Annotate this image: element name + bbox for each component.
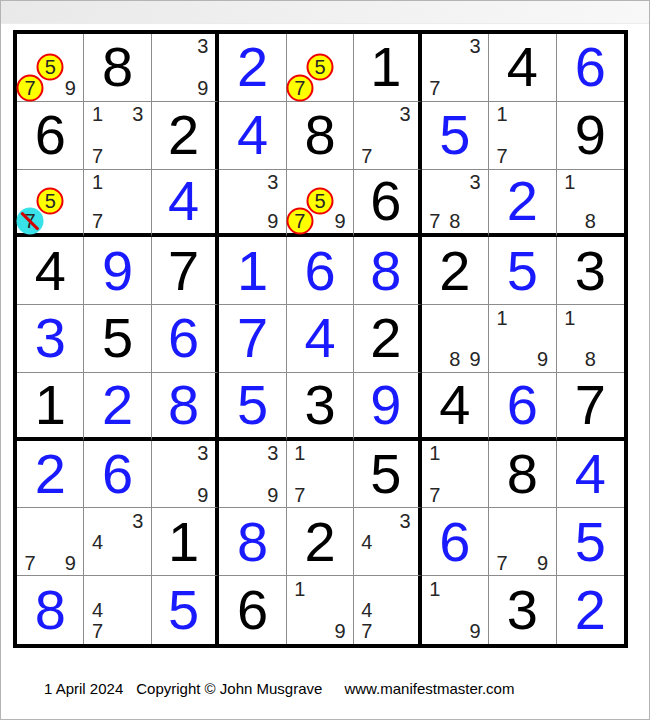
candidate-1: 1 [290,578,310,599]
solved-digit: 2 [557,576,624,644]
given-digit: 6 [17,102,83,169]
cell-r9c3[interactable]: 5 [152,576,219,644]
cell-r3c4[interactable]: 39 [219,170,286,238]
given-digit: 4 [489,34,555,101]
candidate-8: 8 [445,211,465,231]
candidate-9: 9 [60,552,80,573]
given-digit: 2 [354,305,417,372]
given-digit: 5 [84,305,150,372]
candidate-5: 5 [310,57,330,78]
candidate-digit: 9 [267,211,278,231]
candidate-digit: 7 [294,211,305,231]
solved-digit: 2 [84,373,150,437]
cell-r4c1[interactable]: 4 [17,237,84,305]
candidate-digit: 1 [294,443,305,463]
candidate-grid: 37 [354,102,417,169]
candidate-1: 1 [290,443,310,464]
candidate-8: 8 [580,349,600,370]
solved-digit: 6 [422,508,488,575]
candidate-grid: 39 [152,441,215,508]
solved-digit: 5 [557,508,624,575]
candidate-digit: 9 [335,211,346,231]
candidate-9: 9 [193,78,212,99]
candidate-digit: 9 [469,621,480,641]
candidate-1: 1 [425,578,445,599]
cell-r8c4[interactable]: 8 [219,508,286,576]
cell-r8c5[interactable]: 2 [287,508,354,576]
candidate-7: 7 [425,485,445,506]
cell-r5c9[interactable]: 18 [557,305,624,373]
candidate-digit: 3 [469,36,480,56]
candidate-4: 4 [357,531,376,552]
candidate-3: 3 [396,104,415,125]
cell-r8c9[interactable]: 5 [557,508,624,576]
candidate-4: 4 [357,599,376,620]
cell-r6c7[interactable]: 4 [422,373,489,441]
solved-digit: 7 [219,305,285,372]
cell-r6c5[interactable]: 3 [287,373,354,441]
candidate-9: 9 [465,349,485,370]
candidate-7: 7 [492,552,512,573]
candidate-grid: 378 [422,170,488,234]
cell-r2c8[interactable]: 17 [489,102,556,170]
given-digit: 1 [354,34,417,101]
candidate-1: 1 [87,172,107,192]
candidate-1: 1 [560,307,580,328]
cell-r4c6[interactable]: 8 [354,237,421,305]
candidate-3: 3 [128,104,148,125]
cell-r7c4[interactable]: 39 [219,441,286,509]
candidate-grid: 579 [17,34,83,101]
candidate-5: 5 [310,191,330,211]
candidate-7: 7 [425,78,445,99]
given-digit: 2 [287,508,353,575]
candidate-digit: 3 [400,511,411,531]
cell-r2c3[interactable]: 2 [152,102,219,170]
cell-r5c6[interactable]: 2 [354,305,421,373]
candidate-digit: 5 [45,191,56,211]
cell-r9c4[interactable]: 6 [219,576,286,644]
cell-r6c8[interactable]: 6 [489,373,556,441]
candidate-7: 7 [20,552,40,573]
candidate-7: 7 [20,211,40,231]
candidate-digit: 3 [267,172,278,192]
candidate-9: 9 [532,552,552,573]
candidate-7: 7 [20,78,40,99]
candidate-7: 7 [87,146,107,167]
candidate-4: 4 [87,531,107,552]
candidate-digit: 5 [314,191,325,211]
candidate-digit: 9 [65,78,76,98]
candidate-grid: 17 [422,441,488,508]
cell-r2c4[interactable]: 4 [219,102,286,170]
candidate-8: 8 [445,349,465,370]
solved-digit: 5 [152,576,215,644]
cell-r4c9[interactable]: 3 [557,237,624,305]
candidate-grid: 47 [84,576,150,644]
candidate-grid: 19 [489,305,555,372]
cell-r4c5[interactable]: 6 [287,237,354,305]
candidate-digit: 3 [400,104,411,124]
cell-r3c2[interactable]: 17 [84,170,151,238]
footer-website: www.manifestmaster.com [344,680,514,697]
candidate-3: 3 [263,443,283,464]
given-digit: 4 [422,373,488,437]
candidate-grid: 34 [84,508,150,575]
cell-r1c9[interactable]: 6 [557,34,624,102]
given-digit: 4 [17,237,83,304]
cell-r1c6[interactable]: 1 [354,34,421,102]
candidate-digit: 9 [197,485,208,505]
candidate-7: 7 [357,621,376,642]
candidate-digit: 3 [197,443,208,463]
given-digit: 7 [152,237,215,304]
candidate-7: 7 [290,485,310,506]
candidate-digit: 1 [564,172,575,192]
cell-r4c8[interactable]: 5 [489,237,556,305]
cell-r5c5[interactable]: 4 [287,305,354,373]
cell-r1c4[interactable]: 2 [219,34,286,102]
cell-r6c2[interactable]: 2 [84,373,151,441]
candidate-digit: 7 [361,621,372,641]
candidate-9: 9 [60,78,80,99]
solved-digit: 4 [557,441,624,508]
candidate-7: 7 [87,211,107,231]
candidate-digit: 1 [92,172,103,192]
cell-r9c5[interactable]: 19 [287,576,354,644]
candidate-digit: 1 [429,579,440,599]
candidate-7: 7 [357,146,376,167]
cell-r9c8[interactable]: 3 [489,576,556,644]
candidate-1: 1 [560,172,580,192]
solved-digit: 5 [422,102,488,169]
cell-r7c8[interactable]: 8 [489,441,556,509]
candidate-digit: 9 [537,349,548,369]
cell-r8c2[interactable]: 34 [84,508,151,576]
given-digit: 1 [152,508,215,575]
cell-r6c9[interactable]: 7 [557,373,624,441]
cell-r7c2[interactable]: 6 [84,441,151,509]
candidate-9: 9 [263,485,283,506]
cell-r3c6[interactable]: 6 [354,170,421,238]
candidate-digit: 9 [65,553,76,573]
candidate-9: 9 [532,349,552,370]
candidate-digit: 1 [564,308,575,328]
candidate-digit: 7 [92,146,103,166]
candidate-digit: 4 [361,600,372,620]
cell-r3c5[interactable]: 579 [287,170,354,238]
candidate-grid: 17 [84,170,150,234]
candidate-1: 1 [492,307,512,328]
cell-r4c3[interactable]: 7 [152,237,219,305]
candidate-digit: 7 [361,146,372,166]
cell-r5c4[interactable]: 7 [219,305,286,373]
candidate-3: 3 [128,510,148,531]
given-digit: 5 [354,441,417,508]
footer-copyright: Copyright © John Musgrave [136,680,322,697]
candidate-digit: 7 [92,621,103,641]
solved-digit: 5 [219,373,285,437]
candidate-digit: 9 [197,78,208,98]
cell-r5c2[interactable]: 5 [84,305,151,373]
solved-digit: 6 [557,34,624,101]
cell-r7c6[interactable]: 5 [354,441,421,509]
footer: 1 April 2024Copyright © John Musgravewww… [44,679,514,697]
candidate-digit: 7 [429,211,440,231]
candidate-7: 7 [87,621,107,642]
candidate-grid: 57 [17,170,83,234]
given-digit: 1 [17,373,83,437]
candidate-grid: 57 [287,34,353,101]
candidate-7: 7 [290,211,310,231]
candidate-9: 9 [263,211,283,231]
cell-r2c7[interactable]: 5 [422,102,489,170]
solved-digit: 1 [219,237,285,304]
cell-r3c1[interactable]: 57 [17,170,84,238]
candidate-grid: 137 [84,102,150,169]
candidate-digit: 8 [449,211,460,231]
cell-r3c3[interactable]: 4 [152,170,219,238]
candidate-digit: 8 [585,211,596,231]
candidate-grid: 18 [557,305,624,372]
candidate-digit: 3 [132,104,143,124]
candidate-digit: 7 [294,485,305,505]
solved-digit: 8 [354,237,417,304]
candidate-digit: 7 [92,211,103,231]
cell-r2c9[interactable]: 9 [557,102,624,170]
cell-r7c3[interactable]: 39 [152,441,219,509]
candidate-grid: 18 [557,170,624,234]
cell-r3c8[interactable]: 2 [489,170,556,238]
given-digit: 9 [557,102,624,169]
given-digit: 6 [219,576,285,644]
candidate-digit: 1 [497,308,508,328]
given-digit: 3 [489,576,555,644]
given-digit: 3 [557,237,624,304]
candidate-1: 1 [425,443,445,464]
given-digit: 3 [287,373,353,437]
cell-r9c7[interactable]: 19 [422,576,489,644]
candidate-digit: 7 [429,78,440,98]
candidate-grid: 39 [152,34,215,101]
cell-r6c3[interactable]: 8 [152,373,219,441]
cell-r6c6[interactable]: 9 [354,373,421,441]
candidate-5: 5 [40,57,60,78]
candidate-grid: 34 [354,508,417,575]
solved-digit: 4 [152,170,215,234]
given-digit: 8 [84,34,150,101]
candidate-digit: 7 [497,553,508,573]
cell-r6c1[interactable]: 1 [17,373,84,441]
cell-r2c6[interactable]: 37 [354,102,421,170]
cell-r9c2[interactable]: 47 [84,576,151,644]
cell-r1c5[interactable]: 57 [287,34,354,102]
candidate-3: 3 [193,443,212,464]
solved-digit: 4 [287,305,353,372]
cell-r7c7[interactable]: 17 [422,441,489,509]
cell-r1c7[interactable]: 37 [422,34,489,102]
solved-digit: 6 [489,373,555,437]
solved-digit: 5 [489,237,555,304]
cell-r3c7[interactable]: 378 [422,170,489,238]
candidate-digit: 1 [429,443,440,463]
candidate-digit: 9 [335,621,346,641]
cell-r9c1[interactable]: 8 [17,576,84,644]
candidate-3: 3 [396,510,415,531]
candidate-1: 1 [492,104,512,125]
candidate-digit: 7 [25,78,36,98]
cell-r5c1[interactable]: 3 [17,305,84,373]
cell-r2c2[interactable]: 137 [84,102,151,170]
solved-digit: 8 [17,576,83,644]
footer-date: 1 April 2024 [44,680,123,697]
sudoku-board: 5798392571374661372483751795717439579637… [13,30,628,648]
candidate-digit: 9 [537,553,548,573]
cell-r1c2[interactable]: 8 [84,34,151,102]
cell-r8c1[interactable]: 79 [17,508,84,576]
cell-r1c1[interactable]: 579 [17,34,84,102]
candidate-digit: 8 [449,349,460,369]
solved-digit: 2 [489,170,555,234]
candidate-digit: 5 [45,57,56,77]
candidate-digit: 7 [429,485,440,505]
candidate-digit: 5 [314,57,325,77]
given-digit: 8 [287,102,353,169]
cell-r4c7[interactable]: 2 [422,237,489,305]
candidate-9: 9 [330,621,350,642]
cell-r9c6[interactable]: 47 [354,576,421,644]
cell-r8c8[interactable]: 79 [489,508,556,576]
cell-r7c5[interactable]: 17 [287,441,354,509]
solved-digit: 8 [152,373,215,437]
cell-r7c1[interactable]: 2 [17,441,84,509]
candidate-digit: 1 [92,104,103,124]
candidate-3: 3 [465,36,485,57]
cell-r8c3[interactable]: 1 [152,508,219,576]
cell-r8c6[interactable]: 34 [354,508,421,576]
candidate-9: 9 [330,211,350,231]
candidate-grid: 39 [219,170,285,234]
candidate-grid: 89 [422,305,488,372]
cell-r6c4[interactable]: 5 [219,373,286,441]
solved-digit: 6 [84,441,150,508]
candidate-7: 7 [425,211,445,231]
candidate-grid: 47 [354,576,417,644]
given-digit: 7 [557,373,624,437]
cell-r2c1[interactable]: 6 [17,102,84,170]
given-digit: 6 [354,170,417,234]
candidate-grid: 79 [489,508,555,575]
cell-r1c3[interactable]: 39 [152,34,219,102]
candidate-digit: 4 [92,600,103,620]
cell-r1c8[interactable]: 4 [489,34,556,102]
cell-r5c8[interactable]: 19 [489,305,556,373]
candidate-3: 3 [263,172,283,192]
candidate-digit: 3 [267,443,278,463]
candidate-9: 9 [193,485,212,506]
solved-digit: 8 [219,508,285,575]
cell-r4c2[interactable]: 9 [84,237,151,305]
candidate-grid: 579 [287,170,353,234]
solved-digit: 3 [17,305,83,372]
candidate-grid: 19 [422,576,488,644]
solved-digit: 9 [84,237,150,304]
candidate-3: 3 [193,36,212,57]
candidate-digit: 3 [197,36,208,56]
candidate-9: 9 [465,621,485,642]
candidate-digit: 3 [469,172,480,192]
cell-r4c4[interactable]: 1 [219,237,286,305]
candidate-grid: 17 [287,441,353,508]
solved-digit: 2 [219,34,285,101]
solved-digit: 9 [354,373,417,437]
candidate-8: 8 [580,211,600,231]
candidate-digit: 4 [92,532,103,552]
candidate-digit: 1 [294,579,305,599]
candidate-grid: 19 [287,576,353,644]
candidate-grid: 79 [17,508,83,575]
candidate-7: 7 [492,146,512,167]
candidate-5: 5 [40,191,60,211]
candidate-digit: 9 [267,485,278,505]
candidate-digit: 7 [497,146,508,166]
solved-digit: 6 [287,237,353,304]
solved-digit: 2 [17,441,83,508]
solved-digit: 6 [152,305,215,372]
candidate-digit: 8 [585,349,596,369]
candidate-digit: 3 [132,511,143,531]
candidate-digit: 1 [497,104,508,124]
cell-r5c7[interactable]: 89 [422,305,489,373]
cell-r9c9[interactable]: 2 [557,576,624,644]
window-titlebar [1,1,649,24]
given-digit: 2 [152,102,215,169]
candidate-4: 4 [87,599,107,620]
candidate-grid: 17 [489,102,555,169]
candidate-7: 7 [290,78,310,99]
given-digit: 2 [422,237,488,304]
candidate-1: 1 [87,104,107,125]
candidate-digit: 7 [25,553,36,573]
solved-digit: 4 [219,102,285,169]
cell-r8c7[interactable]: 6 [422,508,489,576]
cell-r3c9[interactable]: 18 [557,170,624,238]
cell-r2c5[interactable]: 8 [287,102,354,170]
candidate-digit: 4 [361,532,372,552]
cell-r5c3[interactable]: 6 [152,305,219,373]
candidate-digit: 9 [469,349,480,369]
given-digit: 8 [489,441,555,508]
candidate-digit: 7 [294,78,305,98]
cell-r7c9[interactable]: 4 [557,441,624,509]
candidate-grid: 37 [422,34,488,101]
candidate-grid: 39 [219,441,285,508]
candidate-3: 3 [465,172,485,192]
